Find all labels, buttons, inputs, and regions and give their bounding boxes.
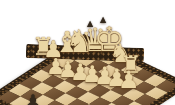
- dark-pawn-lower-left[interactable]: ♟: [24, 92, 42, 105]
- pieces-layer: ♜♟♝♞♛♚▲▲♞♜♟♟♟♟♟♟♟♟: [0, 0, 175, 105]
- chess-set-photo: ♜♟♝♞♛♚▲▲♞♜♟♟♟♟♟♟♟♟: [0, 0, 175, 105]
- queen-dark-finial-tip: ▲: [87, 20, 93, 28]
- white-pawn-g[interactable]: ♟: [118, 68, 140, 92]
- king-dark-finial-tip: ▲: [100, 16, 106, 24]
